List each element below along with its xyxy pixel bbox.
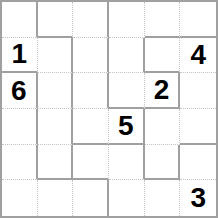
cell-r2c3[interactable] xyxy=(109,73,145,109)
cell-r4c4[interactable] xyxy=(145,145,181,181)
cell-r4c0[interactable] xyxy=(2,145,38,181)
cell-r4c2[interactable] xyxy=(73,145,109,181)
given-digit: 3 xyxy=(190,184,206,212)
cell-r0c5[interactable] xyxy=(180,2,216,38)
cell-r5c2[interactable] xyxy=(73,180,109,216)
cell-r0c0[interactable] xyxy=(2,2,38,38)
cell-r3c2[interactable] xyxy=(73,109,109,145)
cell-r1c3[interactable] xyxy=(109,38,145,74)
cell-r0c1[interactable] xyxy=(38,2,74,38)
cell-r4c3[interactable] xyxy=(109,145,145,181)
cell-r0c3[interactable] xyxy=(109,2,145,38)
given-digit: 4 xyxy=(190,41,206,69)
cell-r1c2[interactable] xyxy=(73,38,109,74)
cell-r1c0: 1 xyxy=(2,38,38,74)
cell-r2c2[interactable] xyxy=(73,73,109,109)
cell-r3c0[interactable] xyxy=(2,109,38,145)
cell-r2c1[interactable] xyxy=(38,73,74,109)
given-digit: 6 xyxy=(11,77,27,105)
given-digit: 1 xyxy=(12,40,28,68)
cell-r5c5: 3 xyxy=(180,180,216,216)
cell-r0c4[interactable] xyxy=(145,2,181,38)
cell-r3c3: 5 xyxy=(109,109,145,145)
cell-r5c0[interactable] xyxy=(2,180,38,216)
puzzle-page: 146253 xyxy=(0,0,218,218)
cell-r1c4[interactable] xyxy=(145,38,181,74)
cell-r3c4[interactable] xyxy=(145,109,181,145)
cell-r2c5[interactable] xyxy=(180,73,216,109)
jigsaw-sudoku-board: 146253 xyxy=(0,0,218,218)
cell-r4c5[interactable] xyxy=(180,145,216,181)
cell-r2c0: 6 xyxy=(2,73,38,109)
cell-r3c1[interactable] xyxy=(38,109,74,145)
cell-r1c5: 4 xyxy=(180,38,216,74)
cell-r5c4[interactable] xyxy=(145,180,181,216)
cell-r3c5[interactable] xyxy=(180,109,216,145)
given-digit: 5 xyxy=(118,112,134,140)
cell-r5c3[interactable] xyxy=(109,180,145,216)
cell-r1c1[interactable] xyxy=(38,38,74,74)
cell-r2c4: 2 xyxy=(145,73,181,109)
given-digit: 2 xyxy=(154,76,170,104)
cell-r0c2[interactable] xyxy=(73,2,109,38)
cell-r5c1[interactable] xyxy=(38,180,74,216)
cell-r4c1[interactable] xyxy=(38,145,74,181)
